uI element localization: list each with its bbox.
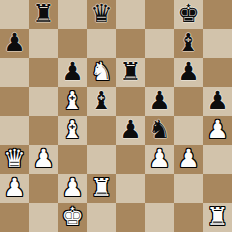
piece-white-queen: ♛ xyxy=(3,146,25,171)
square-g7[interactable]: ♝ xyxy=(174,29,203,58)
square-a4[interactable] xyxy=(0,116,29,145)
square-g1[interactable] xyxy=(174,203,203,232)
piece-black-pawn: ♟ xyxy=(61,59,83,84)
piece-white-pawn: ♟ xyxy=(3,175,25,200)
piece-white-pawn: ♟ xyxy=(32,146,54,171)
piece-white-king: ♚ xyxy=(61,204,83,229)
chess-board-screenshot: ♜♛♚♟♝♟♞♜♟♝♝♟♟♝♟♞♟♛♟♟♟♟♟♜♚♜ xyxy=(0,0,232,232)
square-e2[interactable] xyxy=(116,174,145,203)
square-b5[interactable] xyxy=(29,87,58,116)
square-e3[interactable] xyxy=(116,145,145,174)
piece-white-pawn: ♟ xyxy=(177,146,199,171)
piece-black-pawn: ♟ xyxy=(119,117,141,142)
square-e5[interactable] xyxy=(116,87,145,116)
square-b3[interactable]: ♟ xyxy=(29,145,58,174)
square-e7[interactable] xyxy=(116,29,145,58)
square-h5[interactable]: ♟ xyxy=(203,87,232,116)
square-b4[interactable] xyxy=(29,116,58,145)
square-h2[interactable] xyxy=(203,174,232,203)
square-c3[interactable] xyxy=(58,145,87,174)
square-d6[interactable]: ♞ xyxy=(87,58,116,87)
square-h7[interactable] xyxy=(203,29,232,58)
square-a5[interactable] xyxy=(0,87,29,116)
square-c1[interactable]: ♚ xyxy=(58,203,87,232)
square-a8[interactable] xyxy=(0,0,29,29)
piece-black-pawn: ♟ xyxy=(3,30,25,55)
square-f3[interactable]: ♟ xyxy=(145,145,174,174)
square-g6[interactable]: ♟ xyxy=(174,58,203,87)
square-d2[interactable]: ♜ xyxy=(87,174,116,203)
square-g8[interactable]: ♚ xyxy=(174,0,203,29)
square-c7[interactable] xyxy=(58,29,87,58)
square-d7[interactable] xyxy=(87,29,116,58)
piece-white-pawn: ♟ xyxy=(148,146,170,171)
piece-black-pawn: ♟ xyxy=(177,59,199,84)
square-c8[interactable] xyxy=(58,0,87,29)
piece-white-bishop: ♝ xyxy=(61,117,83,142)
piece-white-rook: ♜ xyxy=(90,175,112,200)
square-h6[interactable] xyxy=(203,58,232,87)
square-f5[interactable]: ♟ xyxy=(145,87,174,116)
square-g4[interactable] xyxy=(174,116,203,145)
square-e6[interactable]: ♜ xyxy=(116,58,145,87)
piece-black-rook: ♜ xyxy=(32,1,54,26)
square-c6[interactable]: ♟ xyxy=(58,58,87,87)
square-a7[interactable]: ♟ xyxy=(0,29,29,58)
piece-white-bishop: ♝ xyxy=(61,88,83,113)
piece-white-knight: ♞ xyxy=(90,59,112,84)
piece-black-bishop: ♝ xyxy=(90,88,112,113)
square-a2[interactable]: ♟ xyxy=(0,174,29,203)
square-c5[interactable]: ♝ xyxy=(58,87,87,116)
square-g5[interactable] xyxy=(174,87,203,116)
piece-black-rook: ♜ xyxy=(119,59,141,84)
square-f8[interactable] xyxy=(145,0,174,29)
piece-black-king: ♚ xyxy=(177,1,199,26)
square-d4[interactable] xyxy=(87,116,116,145)
square-e8[interactable] xyxy=(116,0,145,29)
square-f7[interactable] xyxy=(145,29,174,58)
piece-white-rook: ♜ xyxy=(206,204,228,229)
square-f2[interactable] xyxy=(145,174,174,203)
piece-black-pawn: ♟ xyxy=(148,88,170,113)
square-g2[interactable] xyxy=(174,174,203,203)
square-d8[interactable]: ♛ xyxy=(87,0,116,29)
square-b7[interactable] xyxy=(29,29,58,58)
piece-black-bishop: ♝ xyxy=(177,30,199,55)
square-e1[interactable] xyxy=(116,203,145,232)
square-d5[interactable]: ♝ xyxy=(87,87,116,116)
square-e4[interactable]: ♟ xyxy=(116,116,145,145)
square-h8[interactable] xyxy=(203,0,232,29)
piece-black-queen: ♛ xyxy=(90,1,112,26)
square-d1[interactable] xyxy=(87,203,116,232)
piece-black-pawn: ♟ xyxy=(206,88,228,113)
square-h1[interactable]: ♜ xyxy=(203,203,232,232)
square-g3[interactable]: ♟ xyxy=(174,145,203,174)
square-b2[interactable] xyxy=(29,174,58,203)
square-f4[interactable]: ♞ xyxy=(145,116,174,145)
square-c2[interactable]: ♟ xyxy=(58,174,87,203)
square-b1[interactable] xyxy=(29,203,58,232)
square-h3[interactable] xyxy=(203,145,232,174)
piece-white-pawn: ♟ xyxy=(61,175,83,200)
square-h4[interactable]: ♟ xyxy=(203,116,232,145)
square-a3[interactable]: ♛ xyxy=(0,145,29,174)
square-f6[interactable] xyxy=(145,58,174,87)
piece-black-knight: ♞ xyxy=(148,117,170,142)
square-b6[interactable] xyxy=(29,58,58,87)
square-c4[interactable]: ♝ xyxy=(58,116,87,145)
square-a6[interactable] xyxy=(0,58,29,87)
square-a1[interactable] xyxy=(0,203,29,232)
square-b8[interactable]: ♜ xyxy=(29,0,58,29)
square-f1[interactable] xyxy=(145,203,174,232)
piece-white-pawn: ♟ xyxy=(206,117,228,142)
chess-board: ♜♛♚♟♝♟♞♜♟♝♝♟♟♝♟♞♟♛♟♟♟♟♟♜♚♜ xyxy=(0,0,232,232)
square-d3[interactable] xyxy=(87,145,116,174)
